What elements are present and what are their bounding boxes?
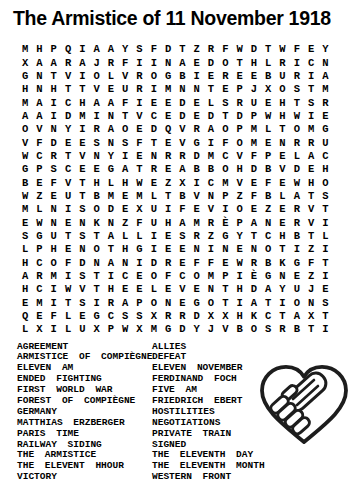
grid-cell-r17c16: W bbox=[232, 256, 246, 269]
grid-cell-r15c8: L bbox=[118, 229, 132, 242]
grid-cell-r8c22: U bbox=[318, 136, 332, 149]
grid-cell-r8c15: F bbox=[218, 136, 232, 149]
page-title: The Armistice of 11 November 1918 bbox=[13, 7, 331, 30]
grid-cell-r5c14: L bbox=[204, 96, 218, 109]
word-search-page: The Armistice of 11 November 1918 MHPQIA… bbox=[0, 0, 353, 500]
grid-cell-r22c4: L bbox=[61, 323, 75, 336]
grid-cell-r4c21: T bbox=[304, 83, 318, 96]
grid-cell-r13c16: O bbox=[232, 203, 246, 216]
grid-cell-r12c15: P bbox=[218, 189, 232, 202]
grid-cell-r22c2: X bbox=[32, 323, 46, 336]
grid-cell-r18c17: È bbox=[247, 269, 261, 282]
grid-cell-r1c1: M bbox=[18, 43, 32, 56]
grid-cell-r18c15: P bbox=[218, 269, 232, 282]
grid-cell-r7c15: O bbox=[218, 123, 232, 136]
grid-cell-r20c20: O bbox=[290, 296, 304, 309]
grid-cell-r11c18: F bbox=[261, 176, 275, 189]
grid-cell-r15c16: Y bbox=[232, 229, 246, 242]
grid-cell-r8c14: I bbox=[204, 136, 218, 149]
grid-cell-r10c4: C bbox=[61, 163, 75, 176]
grid-cell-r17c13: F bbox=[190, 256, 204, 269]
grid-cell-r16c16: E bbox=[232, 243, 246, 256]
grid-cell-r13c19: E bbox=[275, 203, 289, 216]
grid-cell-r15c14: Z bbox=[204, 229, 218, 242]
grid-cell-r18c5: S bbox=[75, 269, 89, 282]
word-list-left: AGREEMENTARMISTICE OF COMPIÈGNEELEVEN AM… bbox=[17, 342, 152, 484]
grid-cell-r5c10: E bbox=[147, 96, 161, 109]
grid-cell-r14c19: E bbox=[275, 216, 289, 229]
grid-cell-r16c4: E bbox=[61, 243, 75, 256]
grid-cell-r3c16: E bbox=[232, 69, 246, 82]
grid-cell-r3c3: T bbox=[47, 69, 61, 82]
grid-cell-r22c10: M bbox=[147, 323, 161, 336]
grid-cell-r15c4: T bbox=[61, 229, 75, 242]
grid-cell-r2c8: F bbox=[118, 56, 132, 69]
grid-cell-r4c16: P bbox=[232, 83, 246, 96]
grid-cell-r12c1: W bbox=[18, 189, 32, 202]
grid-cell-r11c9: W bbox=[132, 176, 146, 189]
grid-cell-r3c17: E bbox=[247, 69, 261, 82]
grid-cell-r15c17: T bbox=[247, 229, 261, 242]
grid-cell-r6c9: V bbox=[132, 109, 146, 122]
grid-cell-r2c1: X bbox=[18, 56, 32, 69]
grid-cell-r3c21: I bbox=[304, 69, 318, 82]
grid-cell-r9c9: E bbox=[132, 149, 146, 162]
grid-cell-r19c21: J bbox=[304, 283, 318, 296]
grid-cell-r21c7: C bbox=[104, 309, 118, 322]
grid-cell-r12c22: S bbox=[318, 189, 332, 202]
grid-cell-r13c17: E bbox=[247, 203, 261, 216]
grid-cell-r9c16: V bbox=[232, 149, 246, 162]
grid-cell-r8c2: F bbox=[32, 136, 46, 149]
grid-cell-r10c3: S bbox=[47, 163, 61, 176]
grid-cell-r3c18: B bbox=[261, 69, 275, 82]
grid-cell-r17c15: E bbox=[218, 256, 232, 269]
grid-cell-r5c9: I bbox=[132, 96, 146, 109]
grid-cell-r9c13: D bbox=[190, 149, 204, 162]
grid-cell-r17c8: N bbox=[118, 256, 132, 269]
grid-cell-r3c5: I bbox=[75, 69, 89, 82]
grid-cell-r3c14: E bbox=[204, 69, 218, 82]
grid-cell-r6c3: I bbox=[47, 109, 61, 122]
grid-cell-r7c22: G bbox=[318, 123, 332, 136]
grid-cell-r3c7: L bbox=[104, 69, 118, 82]
grid-cell-r20c12: E bbox=[175, 296, 189, 309]
grid-cell-r10c15: O bbox=[218, 163, 232, 176]
grid-cell-r18c7: I bbox=[104, 269, 118, 282]
grid-cell-r22c15: V bbox=[218, 323, 232, 336]
grid-cell-r12c17: F bbox=[247, 189, 261, 202]
grid-cell-r20c4: T bbox=[61, 296, 75, 309]
grid-cell-r13c2: L bbox=[32, 203, 46, 216]
grid-cell-r6c11: E bbox=[161, 109, 175, 122]
grid-cell-r2c4: R bbox=[61, 56, 75, 69]
grid-cell-r19c14: N bbox=[204, 283, 218, 296]
grid-cell-r3c6: O bbox=[89, 69, 103, 82]
grid-cell-r21c22: T bbox=[318, 309, 332, 322]
grid-cell-r10c21: E bbox=[304, 163, 318, 176]
grid-cell-r11c6: H bbox=[89, 176, 103, 189]
grid-cell-r11c10: E bbox=[147, 176, 161, 189]
grid-cell-r18c1: A bbox=[18, 269, 32, 282]
grid-cell-r15c11: E bbox=[161, 229, 175, 242]
grid-cell-r18c6: T bbox=[89, 269, 103, 282]
grid-cell-r20c10: O bbox=[147, 296, 161, 309]
grid-cell-r5c15: S bbox=[218, 96, 232, 109]
grid-cell-r11c17: E bbox=[247, 176, 261, 189]
grid-cell-r20c13: G bbox=[190, 296, 204, 309]
grid-cell-r1c16: W bbox=[232, 43, 246, 56]
grid-cell-r12c7: M bbox=[104, 189, 118, 202]
grid-cell-r12c16: Z bbox=[232, 189, 246, 202]
grid-cell-r9c18: P bbox=[261, 149, 275, 162]
grid-cell-r6c15: T bbox=[218, 109, 232, 122]
grid-cell-r16c13: N bbox=[190, 243, 204, 256]
grid-cell-r14c4: E bbox=[61, 216, 75, 229]
grid-cell-r4c15: E bbox=[218, 83, 232, 96]
grid-cell-r14c3: N bbox=[47, 216, 61, 229]
grid-cell-r13c12: F bbox=[175, 203, 189, 216]
grid-cell-r12c5: T bbox=[75, 189, 89, 202]
grid-cell-r15c12: S bbox=[175, 229, 189, 242]
grid-cell-r4c17: J bbox=[247, 83, 261, 96]
grid-cell-r22c20: B bbox=[290, 323, 304, 336]
grid-cell-r4c12: N bbox=[175, 83, 189, 96]
grid-cell-r3c11: G bbox=[161, 69, 175, 82]
grid-cell-r6c18: W bbox=[261, 109, 275, 122]
grid-cell-r21c6: G bbox=[89, 309, 103, 322]
grid-cell-r18c20: E bbox=[290, 269, 304, 282]
grid-cell-r6c10: C bbox=[147, 109, 161, 122]
grid-cell-r11c3: F bbox=[47, 176, 61, 189]
grid-cell-r14c22: I bbox=[318, 216, 332, 229]
grid-cell-r21c15: X bbox=[218, 309, 232, 322]
grid-cell-r19c10: L bbox=[147, 283, 161, 296]
grid-cell-r20c14: O bbox=[204, 296, 218, 309]
grid-cell-r18c9: E bbox=[132, 269, 146, 282]
grid-cell-r19c1: H bbox=[18, 283, 32, 296]
grid-cell-r20c3: I bbox=[47, 296, 61, 309]
grid-cell-r13c4: I bbox=[61, 203, 75, 216]
grid-cell-r5c20: T bbox=[290, 96, 304, 109]
grid-cell-r14c18: N bbox=[261, 216, 275, 229]
grid-cell-r4c1: H bbox=[18, 83, 32, 96]
grid-cell-r4c13: N bbox=[190, 83, 204, 96]
grid-cell-r12c8: E bbox=[118, 189, 132, 202]
grid-cell-r4c20: S bbox=[290, 83, 304, 96]
grid-cell-r7c8: O bbox=[118, 123, 132, 136]
grid-cell-r2c13: E bbox=[190, 56, 204, 69]
grid-cell-r5c2: A bbox=[32, 96, 46, 109]
grid-cell-r20c11: N bbox=[161, 296, 175, 309]
grid-cell-r5c19: H bbox=[275, 96, 289, 109]
grid-cell-r15c10: I bbox=[147, 229, 161, 242]
grid-cell-r4c11: M bbox=[161, 83, 175, 96]
grid-cell-r7c16: P bbox=[232, 123, 246, 136]
grid-cell-r11c4: V bbox=[61, 176, 75, 189]
grid-cell-r14c17: A bbox=[247, 216, 261, 229]
grid-cell-r19c8: E bbox=[118, 283, 132, 296]
grid-cell-r16c2: P bbox=[32, 243, 46, 256]
grid-cell-r9c21: A bbox=[304, 149, 318, 162]
grid-cell-r18c21: Z bbox=[304, 269, 318, 282]
grid-cell-r18c3: M bbox=[47, 269, 61, 282]
grid-cell-r10c1: G bbox=[18, 163, 32, 176]
grid-cell-r6c21: I bbox=[304, 109, 318, 122]
grid-cell-r13c11: I bbox=[161, 203, 175, 216]
word-list-item: WESTERN FRONT bbox=[152, 472, 265, 483]
grid-cell-r1c21: E bbox=[304, 43, 318, 56]
grid-cell-r15c21: T bbox=[304, 229, 318, 242]
grid-cell-r13c3: N bbox=[47, 203, 61, 216]
grid-cell-r17c4: F bbox=[61, 256, 75, 269]
word-list-item: PARIS TIME bbox=[17, 429, 152, 440]
grid-cell-r6c20: W bbox=[290, 109, 304, 122]
grid-cell-r10c5: E bbox=[75, 163, 89, 176]
grid-cell-r9c11: R bbox=[161, 149, 175, 162]
grid-cell-r11c7: L bbox=[104, 176, 118, 189]
grid-cell-r14c9: F bbox=[132, 216, 146, 229]
grid-cell-r16c9: G bbox=[132, 243, 146, 256]
grid-cell-r21c1: Q bbox=[18, 309, 32, 322]
grid-cell-r8c9: F bbox=[132, 136, 146, 149]
grid-cell-r6c4: D bbox=[61, 109, 75, 122]
grid-cell-r21c3: F bbox=[47, 309, 61, 322]
grid-cell-r22c7: P bbox=[104, 323, 118, 336]
grid-cell-r1c11: D bbox=[161, 43, 175, 56]
grid-cell-r12c3: E bbox=[47, 189, 61, 202]
grid-cell-r22c11: G bbox=[161, 323, 175, 336]
grid-cell-r15c2: G bbox=[32, 229, 46, 242]
grid-cell-r10c17: D bbox=[247, 163, 261, 176]
grid-cell-r6c12: D bbox=[175, 109, 189, 122]
grid-cell-r17c18: B bbox=[261, 256, 275, 269]
grid-cell-r7c7: A bbox=[104, 123, 118, 136]
grid-cell-r2c22: N bbox=[318, 56, 332, 69]
grid-cell-r4c3: H bbox=[47, 83, 61, 96]
grid-cell-r16c3: H bbox=[47, 243, 61, 256]
grid-cell-r8c19: N bbox=[275, 136, 289, 149]
grid-cell-r1c2: H bbox=[32, 43, 46, 56]
grid-cell-r8c11: E bbox=[161, 136, 175, 149]
grid-cell-r15c19: H bbox=[275, 229, 289, 242]
grid-cell-r8c16: O bbox=[232, 136, 246, 149]
grid-cell-r13c7: D bbox=[104, 203, 118, 216]
grid-cell-r19c4: W bbox=[61, 283, 75, 296]
grid-cell-r4c5: T bbox=[75, 83, 89, 96]
grid-cell-r17c9: I bbox=[132, 256, 146, 269]
grid-cell-r16c17: N bbox=[247, 243, 261, 256]
grid-cell-r12c21: T bbox=[304, 189, 318, 202]
grid-cell-r22c12: D bbox=[175, 323, 189, 336]
grid-cell-r16c19: T bbox=[275, 243, 289, 256]
grid-cell-r9c8: I bbox=[118, 149, 132, 162]
grid-cell-r17c21: F bbox=[304, 256, 318, 269]
grid-cell-r20c5: S bbox=[75, 296, 89, 309]
grid-cell-r17c1: H bbox=[18, 256, 32, 269]
grid-cell-r14c10: U bbox=[147, 216, 161, 229]
grid-cell-r9c22: C bbox=[318, 149, 332, 162]
grid-cell-r4c7: E bbox=[104, 83, 118, 96]
grid-cell-r5c16: R bbox=[232, 96, 246, 109]
grid-cell-r4c6: V bbox=[89, 83, 103, 96]
grid-cell-r8c3: D bbox=[47, 136, 61, 149]
grid-cell-r9c20: L bbox=[290, 149, 304, 162]
grid-cell-r10c13: B bbox=[190, 163, 204, 176]
grid-cell-r9c7: Y bbox=[104, 149, 118, 162]
grid-cell-r19c17: D bbox=[247, 283, 261, 296]
grid-cell-r1c14: R bbox=[204, 43, 218, 56]
grid-cell-r15c22: L bbox=[318, 229, 332, 242]
grid-cell-r18c22: I bbox=[318, 269, 332, 282]
grid-cell-r12c14: N bbox=[204, 189, 218, 202]
grid-cell-r16c18: O bbox=[261, 243, 275, 256]
grid-cell-r2c2: A bbox=[32, 56, 46, 69]
heart-handshake-icon bbox=[257, 359, 352, 454]
grid-cell-r3c20: R bbox=[290, 69, 304, 82]
grid-cell-r21c8: S bbox=[118, 309, 132, 322]
grid-cell-r1c9: S bbox=[132, 43, 146, 56]
grid-cell-r10c14: B bbox=[204, 163, 218, 176]
grid-cell-r10c19: V bbox=[275, 163, 289, 176]
grid-cell-r12c12: B bbox=[175, 189, 189, 202]
grid-cell-r7c10: D bbox=[147, 123, 161, 136]
grid-cell-r22c16: B bbox=[232, 323, 246, 336]
grid-cell-r1c10: F bbox=[147, 43, 161, 56]
grid-cell-r21c14: X bbox=[204, 309, 218, 322]
grid-cell-r6c13: E bbox=[190, 109, 204, 122]
grid-cell-r1c12: T bbox=[175, 43, 189, 56]
grid-cell-r14c14: R bbox=[204, 216, 218, 229]
grid-cell-r21c21: X bbox=[304, 309, 318, 322]
grid-cell-r17c19: K bbox=[275, 256, 289, 269]
grid-cell-r9c2: C bbox=[32, 149, 46, 162]
grid-cell-r11c14: C bbox=[204, 176, 218, 189]
grid-cell-r21c16: H bbox=[232, 309, 246, 322]
grid-cell-r3c2: N bbox=[32, 69, 46, 82]
grid-cell-r13c10: U bbox=[147, 203, 161, 216]
grid-cell-r19c13: E bbox=[190, 283, 204, 296]
grid-cell-r14c1: E bbox=[18, 216, 32, 229]
grid-cell-r20c1: E bbox=[18, 296, 32, 309]
grid-cell-r1c4: Q bbox=[61, 43, 75, 56]
grid-cell-r2c7: R bbox=[104, 56, 118, 69]
grid-cell-r7c2: V bbox=[32, 123, 46, 136]
grid-cell-r6c8: T bbox=[118, 109, 132, 122]
grid-cell-r22c5: U bbox=[75, 323, 89, 336]
grid-cell-r10c2: P bbox=[32, 163, 46, 176]
grid-cell-r21c12: R bbox=[175, 309, 189, 322]
grid-cell-r11c5: T bbox=[75, 176, 89, 189]
grid-cell-r18c2: R bbox=[32, 269, 46, 282]
grid-cell-r10c7: G bbox=[104, 163, 118, 176]
grid-cell-r21c5: E bbox=[75, 309, 89, 322]
grid-cell-r7c6: R bbox=[89, 123, 103, 136]
grid-cell-r10c10: R bbox=[147, 163, 161, 176]
grid-cell-r22c18: S bbox=[261, 323, 275, 336]
grid-cell-r10c12: A bbox=[175, 163, 189, 176]
grid-cell-r20c18: T bbox=[261, 296, 275, 309]
grid-cell-r9c3: R bbox=[47, 149, 61, 162]
grid-cell-r14c6: K bbox=[89, 216, 103, 229]
grid-cell-r16c10: I bbox=[147, 243, 161, 256]
grid-cell-r8c5: E bbox=[75, 136, 89, 149]
grid-cell-r17c17: R bbox=[247, 256, 261, 269]
grid-cell-r16c15: N bbox=[218, 243, 232, 256]
grid-cell-r9c6: N bbox=[89, 149, 103, 162]
grid-cell-r21c10: X bbox=[147, 309, 161, 322]
grid-cell-r19c20: U bbox=[290, 283, 304, 296]
grid-cell-r7c17: M bbox=[247, 123, 261, 136]
grid-cell-r21c13: D bbox=[190, 309, 204, 322]
grid-cell-r1c18: T bbox=[261, 43, 275, 56]
grid-cell-r6c1: A bbox=[18, 109, 32, 122]
grid-cell-r14c16: P bbox=[232, 216, 246, 229]
grid-cell-r13c6: O bbox=[89, 203, 103, 216]
grid-cell-r12c4: U bbox=[61, 189, 75, 202]
grid-cell-r6c19: H bbox=[275, 109, 289, 122]
grid-cell-r3c19: U bbox=[275, 69, 289, 82]
grid-cell-r22c9: X bbox=[132, 323, 146, 336]
word-list-right: ALLIESDEFEATELEVEN NOVEMBERFERDINAND FOC… bbox=[152, 342, 265, 484]
grid-cell-r20c2: M bbox=[32, 296, 46, 309]
grid-cell-r3c9: R bbox=[132, 69, 146, 82]
grid-cell-r11c16: V bbox=[232, 176, 246, 189]
grid-cell-r18c16: I bbox=[232, 269, 246, 282]
grid-cell-r12c20: A bbox=[290, 189, 304, 202]
grid-cell-r9c14: M bbox=[204, 149, 218, 162]
grid-cell-r5c13: E bbox=[190, 96, 204, 109]
grid-cell-r4c2: N bbox=[32, 83, 46, 96]
grid-cell-r4c9: R bbox=[132, 83, 146, 96]
grid-cell-r22c6: X bbox=[89, 323, 103, 336]
grid-cell-r11c11: Z bbox=[161, 176, 175, 189]
grid-cell-r9c1: W bbox=[18, 149, 32, 162]
grid-cell-r22c3: I bbox=[47, 323, 61, 336]
grid-cell-r20c7: R bbox=[104, 296, 118, 309]
grid-cell-r13c14: V bbox=[204, 203, 218, 216]
grid-cell-r13c20: R bbox=[290, 203, 304, 216]
grid-cell-r14c11: H bbox=[161, 216, 175, 229]
grid-cell-r21c17: K bbox=[247, 309, 261, 322]
grid-cell-r15c9: L bbox=[132, 229, 146, 242]
grid-cell-r8c20: R bbox=[290, 136, 304, 149]
grid-cell-r6c2: A bbox=[32, 109, 46, 122]
grid-cell-r4c19: O bbox=[275, 83, 289, 96]
grid-cell-r17c3: O bbox=[47, 256, 61, 269]
grid-cell-r11c1: B bbox=[18, 176, 32, 189]
grid-cell-r2c12: A bbox=[175, 56, 189, 69]
grid-cell-r12c11: T bbox=[161, 189, 175, 202]
grid-cell-r2c6: J bbox=[89, 56, 103, 69]
grid-cell-r8c18: E bbox=[261, 136, 275, 149]
grid-cell-r5c11: E bbox=[161, 96, 175, 109]
grid-cell-r6c17: P bbox=[247, 109, 261, 122]
grid-cell-r5c22: R bbox=[318, 96, 332, 109]
grid-cell-r8c7: N bbox=[104, 136, 118, 149]
grid-cell-r6c14: D bbox=[204, 109, 218, 122]
grid-cell-r4c4: T bbox=[61, 83, 75, 96]
grid-cell-r13c18: Z bbox=[261, 203, 275, 216]
grid-cell-r3c15: R bbox=[218, 69, 232, 82]
grid-cell-r18c8: C bbox=[118, 269, 132, 282]
grid-cell-r1c6: A bbox=[89, 43, 103, 56]
grid-cell-r17c10: D bbox=[147, 256, 161, 269]
grid-cell-r10c9: T bbox=[132, 163, 146, 176]
grid-cell-r14c20: R bbox=[290, 216, 304, 229]
word-list-item: VICTORY bbox=[17, 472, 152, 483]
grid-cell-r20c9: P bbox=[132, 296, 146, 309]
